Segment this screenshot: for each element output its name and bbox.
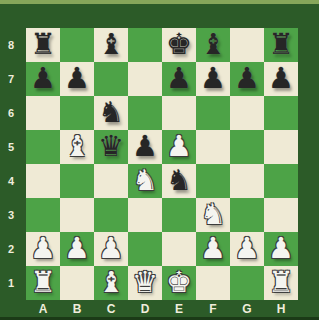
file-label-a: A <box>26 301 60 317</box>
square-b8[interactable] <box>60 28 94 62</box>
file-label-c: C <box>94 301 128 317</box>
white-pawn-g2[interactable]: ♟ <box>234 234 260 263</box>
file-label-b: B <box>60 301 94 317</box>
chess-board-frame: 87654321 ♜♝♚♝♜♟♟♟♟♟♟♞♝♛♟♟♞♞♞♟♟♟♟♟♟♜♝♛♚♜ … <box>0 0 319 320</box>
square-a3[interactable] <box>26 198 60 232</box>
square-d1[interactable]: ♛ <box>128 266 162 300</box>
white-pawn-f2[interactable]: ♟ <box>200 234 226 263</box>
square-f4[interactable] <box>196 164 230 198</box>
square-c1[interactable]: ♝ <box>94 266 128 300</box>
square-h3[interactable] <box>264 198 298 232</box>
black-king-e8[interactable]: ♚ <box>166 30 192 59</box>
square-g3[interactable] <box>230 198 264 232</box>
square-a7[interactable]: ♟ <box>26 62 60 96</box>
square-a2[interactable]: ♟ <box>26 232 60 266</box>
square-b5[interactable]: ♝ <box>60 130 94 164</box>
black-bishop-f8[interactable]: ♝ <box>200 30 226 59</box>
square-e2[interactable] <box>162 232 196 266</box>
black-pawn-d5[interactable]: ♟ <box>132 132 158 161</box>
square-e5[interactable]: ♟ <box>162 130 196 164</box>
square-h7[interactable]: ♟ <box>264 62 298 96</box>
square-f2[interactable]: ♟ <box>196 232 230 266</box>
black-pawn-b7[interactable]: ♟ <box>64 64 90 93</box>
white-bishop-b5[interactable]: ♝ <box>64 132 90 161</box>
square-f8[interactable]: ♝ <box>196 28 230 62</box>
white-pawn-c2[interactable]: ♟ <box>98 234 124 263</box>
white-rook-h1[interactable]: ♜ <box>268 268 294 297</box>
rank-label-1: 1 <box>0 266 22 300</box>
square-g5[interactable] <box>230 130 264 164</box>
square-a5[interactable] <box>26 130 60 164</box>
square-f3[interactable]: ♞ <box>196 198 230 232</box>
square-b4[interactable] <box>60 164 94 198</box>
square-b1[interactable] <box>60 266 94 300</box>
square-b6[interactable] <box>60 96 94 130</box>
file-label-d: D <box>128 301 162 317</box>
square-c8[interactable]: ♝ <box>94 28 128 62</box>
black-pawn-a7[interactable]: ♟ <box>30 64 56 93</box>
square-g6[interactable] <box>230 96 264 130</box>
square-h8[interactable]: ♜ <box>264 28 298 62</box>
white-pawn-a2[interactable]: ♟ <box>30 234 56 263</box>
square-b3[interactable] <box>60 198 94 232</box>
rank-label-3: 3 <box>0 198 22 232</box>
rank-label-6: 6 <box>0 96 22 130</box>
square-a8[interactable]: ♜ <box>26 28 60 62</box>
square-d7[interactable] <box>128 62 162 96</box>
square-f7[interactable]: ♟ <box>196 62 230 96</box>
rank-label-4: 4 <box>0 164 22 198</box>
square-e6[interactable] <box>162 96 196 130</box>
file-label-h: H <box>264 301 298 317</box>
square-c7[interactable] <box>94 62 128 96</box>
square-d2[interactable] <box>128 232 162 266</box>
file-label-g: G <box>230 301 264 317</box>
square-d5[interactable]: ♟ <box>128 130 162 164</box>
square-h5[interactable] <box>264 130 298 164</box>
file-label-f: F <box>196 301 230 317</box>
square-d3[interactable] <box>128 198 162 232</box>
square-c5[interactable]: ♛ <box>94 130 128 164</box>
chess-board: ♜♝♚♝♜♟♟♟♟♟♟♞♝♛♟♟♞♞♞♟♟♟♟♟♟♜♝♛♚♜ <box>26 28 298 300</box>
black-rook-h8[interactable]: ♜ <box>268 30 294 59</box>
black-bishop-c8[interactable]: ♝ <box>98 30 124 59</box>
file-labels: ABCDEFGH <box>26 301 298 317</box>
white-pawn-h2[interactable]: ♟ <box>268 234 294 263</box>
square-e1[interactable]: ♚ <box>162 266 196 300</box>
rank-label-2: 2 <box>0 232 22 266</box>
square-b7[interactable]: ♟ <box>60 62 94 96</box>
square-g8[interactable] <box>230 28 264 62</box>
black-knight-c6[interactable]: ♞ <box>98 98 124 127</box>
white-queen-d1[interactable]: ♛ <box>132 268 158 297</box>
square-c4[interactable] <box>94 164 128 198</box>
black-pawn-g7[interactable]: ♟ <box>234 64 260 93</box>
square-e4[interactable]: ♞ <box>162 164 196 198</box>
white-knight-f3[interactable]: ♞ <box>200 200 226 229</box>
square-e8[interactable]: ♚ <box>162 28 196 62</box>
square-a1[interactable]: ♜ <box>26 266 60 300</box>
white-knight-d4[interactable]: ♞ <box>132 166 158 195</box>
square-g4[interactable] <box>230 164 264 198</box>
rank-label-8: 8 <box>0 28 22 62</box>
white-rook-a1[interactable]: ♜ <box>30 268 56 297</box>
black-pawn-f7[interactable]: ♟ <box>200 64 226 93</box>
frame-top-stripe <box>0 0 319 4</box>
square-a6[interactable] <box>26 96 60 130</box>
white-bishop-c1[interactable]: ♝ <box>98 268 124 297</box>
rank-label-5: 5 <box>0 130 22 164</box>
white-pawn-e5[interactable]: ♟ <box>166 132 192 161</box>
square-h1[interactable]: ♜ <box>264 266 298 300</box>
black-rook-a8[interactable]: ♜ <box>30 30 56 59</box>
square-h4[interactable] <box>264 164 298 198</box>
file-label-e: E <box>162 301 196 317</box>
square-c2[interactable]: ♟ <box>94 232 128 266</box>
square-d8[interactable] <box>128 28 162 62</box>
square-c6[interactable]: ♞ <box>94 96 128 130</box>
square-b2[interactable]: ♟ <box>60 232 94 266</box>
black-knight-e4[interactable]: ♞ <box>166 166 192 195</box>
black-queen-c5[interactable]: ♛ <box>98 132 124 161</box>
black-pawn-e7[interactable]: ♟ <box>166 64 192 93</box>
square-g2[interactable]: ♟ <box>230 232 264 266</box>
square-h2[interactable]: ♟ <box>264 232 298 266</box>
square-g1[interactable] <box>230 266 264 300</box>
square-a4[interactable] <box>26 164 60 198</box>
rank-label-7: 7 <box>0 62 22 96</box>
square-e7[interactable]: ♟ <box>162 62 196 96</box>
square-c3[interactable] <box>94 198 128 232</box>
square-d6[interactable] <box>128 96 162 130</box>
square-f5[interactable] <box>196 130 230 164</box>
black-pawn-h7[interactable]: ♟ <box>268 64 294 93</box>
white-pawn-b2[interactable]: ♟ <box>64 234 90 263</box>
square-f1[interactable] <box>196 266 230 300</box>
rank-labels: 87654321 <box>0 28 22 300</box>
square-d4[interactable]: ♞ <box>128 164 162 198</box>
square-h6[interactable] <box>264 96 298 130</box>
square-e3[interactable] <box>162 198 196 232</box>
white-king-e1[interactable]: ♚ <box>166 268 192 297</box>
square-g7[interactable]: ♟ <box>230 62 264 96</box>
square-f6[interactable] <box>196 96 230 130</box>
